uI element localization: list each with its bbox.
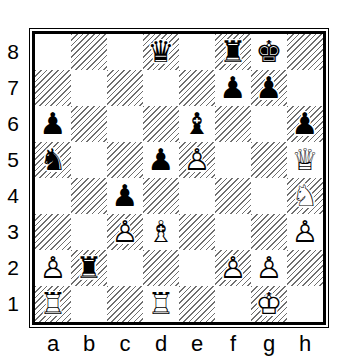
square-a3[interactable]: [35, 214, 71, 250]
piece-white-pawn: ♟♙: [179, 142, 215, 178]
piece-white-pawn: ♟♙: [107, 214, 143, 250]
square-c1[interactable]: [107, 286, 143, 322]
square-b1[interactable]: [71, 286, 107, 322]
square-d5[interactable]: ♟♟: [143, 142, 179, 178]
piece-black-pawn: ♟♟: [143, 142, 179, 178]
file-label-g: g: [251, 331, 287, 357]
piece-glyph: ♛: [148, 37, 175, 67]
rank-label-8: 8: [0, 34, 26, 70]
piece-white-pawn: ♟♙: [215, 250, 251, 286]
piece-glyph: ♙: [292, 217, 319, 247]
square-e8[interactable]: [179, 34, 215, 70]
file-label-f: f: [215, 331, 251, 357]
square-a2[interactable]: ♟♙: [35, 250, 71, 286]
square-g2[interactable]: ♟♙: [251, 250, 287, 286]
square-e3[interactable]: [179, 214, 215, 250]
piece-white-bishop: ♝♗: [143, 214, 179, 250]
square-a1[interactable]: ♜♖: [35, 286, 71, 322]
board-grid: ♛♛♜♜♚♚♟♟♟♟♟♟♝♝♟♟♞♞♟♟♟♙♛♕♟♟♞♘♟♙♝♗♟♙♟♙♜♜♟♙…: [35, 34, 323, 322]
square-h8[interactable]: [287, 34, 323, 70]
piece-white-rook: ♜♖: [143, 286, 179, 322]
piece-black-pawn: ♟♟: [251, 70, 287, 106]
square-g3[interactable]: [251, 214, 287, 250]
square-e7[interactable]: [179, 70, 215, 106]
square-h2[interactable]: [287, 250, 323, 286]
rank-label-7: 7: [0, 70, 26, 106]
piece-glyph: ♞: [40, 145, 67, 175]
square-g7[interactable]: ♟♟: [251, 70, 287, 106]
board-border: ♛♛♜♜♚♚♟♟♟♟♟♟♝♝♟♟♞♞♟♟♟♙♛♕♟♟♞♘♟♙♝♗♟♙♟♙♜♜♟♙…: [32, 31, 326, 325]
square-c8[interactable]: [107, 34, 143, 70]
rank-label-4: 4: [0, 178, 26, 214]
square-a6[interactable]: ♟♟: [35, 106, 71, 142]
piece-glyph: ♟: [40, 109, 67, 139]
square-a8[interactable]: [35, 34, 71, 70]
square-f3[interactable]: [215, 214, 251, 250]
piece-white-pawn: ♟♙: [287, 214, 323, 250]
rank-labels: 8 7 6 5 4 3 2 1: [0, 34, 26, 322]
square-h1[interactable]: [287, 286, 323, 322]
piece-glyph: ♝: [184, 109, 211, 139]
square-g5[interactable]: [251, 142, 287, 178]
piece-white-queen: ♛♕: [287, 142, 323, 178]
square-a5[interactable]: ♞♞: [35, 142, 71, 178]
piece-black-queen: ♛♛: [143, 34, 179, 70]
piece-glyph: ♚: [256, 37, 283, 67]
piece-glyph: ♜: [76, 253, 103, 283]
piece-glyph: ♟: [148, 145, 175, 175]
piece-glyph: ♙: [184, 145, 211, 175]
square-d7[interactable]: [143, 70, 179, 106]
square-a4[interactable]: [35, 178, 71, 214]
square-d2[interactable]: [143, 250, 179, 286]
piece-black-bishop: ♝♝: [179, 106, 215, 142]
piece-black-pawn: ♟♟: [215, 70, 251, 106]
square-h5[interactable]: ♛♕: [287, 142, 323, 178]
piece-glyph: ♜: [220, 37, 247, 67]
square-b2[interactable]: ♜♜: [71, 250, 107, 286]
piece-glyph: ♟: [256, 73, 283, 103]
square-f5[interactable]: [215, 142, 251, 178]
square-b4[interactable]: [71, 178, 107, 214]
piece-glyph: ♕: [292, 145, 319, 175]
rank-label-2: 2: [0, 250, 26, 286]
square-c2[interactable]: [107, 250, 143, 286]
piece-glyph: ♗: [148, 217, 175, 247]
piece-black-knight: ♞♞: [35, 142, 71, 178]
square-a7[interactable]: [35, 70, 71, 106]
square-g8[interactable]: ♚♚: [251, 34, 287, 70]
square-c6[interactable]: [107, 106, 143, 142]
square-b3[interactable]: [71, 214, 107, 250]
square-f2[interactable]: ♟♙: [215, 250, 251, 286]
piece-glyph: ♖: [148, 289, 175, 319]
piece-black-king: ♚♚: [251, 34, 287, 70]
square-h6[interactable]: ♟♟: [287, 106, 323, 142]
square-d1[interactable]: ♜♖: [143, 286, 179, 322]
square-e4[interactable]: [179, 178, 215, 214]
piece-black-rook: ♜♜: [215, 34, 251, 70]
piece-white-knight: ♞♘: [287, 178, 323, 214]
piece-glyph: ♟: [220, 73, 247, 103]
piece-glyph: ♙: [112, 217, 139, 247]
file-label-a: a: [35, 331, 71, 357]
piece-glyph: ♔: [256, 289, 283, 319]
chess-diagram: 8 7 6 5 4 3 2 1 ♛♛♜♜♚♚♟♟♟♟♟♟♝♝♟♟♞♞♟♟♟♙♛♕…: [0, 0, 360, 360]
rank-label-6: 6: [0, 106, 26, 142]
square-f7[interactable]: ♟♟: [215, 70, 251, 106]
file-label-b: b: [71, 331, 107, 357]
piece-black-pawn: ♟♟: [35, 106, 71, 142]
file-label-h: h: [287, 331, 323, 357]
square-e2[interactable]: [179, 250, 215, 286]
square-d4[interactable]: [143, 178, 179, 214]
piece-black-rook: ♜♜: [71, 250, 107, 286]
square-d8[interactable]: ♛♛: [143, 34, 179, 70]
piece-glyph: ♙: [256, 253, 283, 283]
square-f4[interactable]: [215, 178, 251, 214]
square-f6[interactable]: [215, 106, 251, 142]
square-b5[interactable]: [71, 142, 107, 178]
square-c7[interactable]: [107, 70, 143, 106]
piece-glyph: ♙: [40, 253, 67, 283]
piece-glyph: ♘: [292, 181, 319, 211]
square-g1[interactable]: ♚♔: [251, 286, 287, 322]
square-b6[interactable]: [71, 106, 107, 142]
square-h7[interactable]: [287, 70, 323, 106]
board-frame: ♛♛♜♜♚♚♟♟♟♟♟♟♝♝♟♟♞♞♟♟♟♙♛♕♟♟♞♘♟♙♝♗♟♙♟♙♜♜♟♙…: [29, 28, 329, 328]
piece-white-pawn: ♟♙: [35, 250, 71, 286]
square-f1[interactable]: [215, 286, 251, 322]
rank-label-5: 5: [0, 142, 26, 178]
square-b7[interactable]: [71, 70, 107, 106]
square-c5[interactable]: [107, 142, 143, 178]
piece-black-pawn: ♟♟: [287, 106, 323, 142]
piece-glyph: ♖: [40, 289, 67, 319]
square-d6[interactable]: [143, 106, 179, 142]
file-labels: a b c d e f g h: [35, 331, 323, 357]
square-c3[interactable]: ♟♙: [107, 214, 143, 250]
piece-white-pawn: ♟♙: [251, 250, 287, 286]
square-c4[interactable]: ♟♟: [107, 178, 143, 214]
file-label-d: d: [143, 331, 179, 357]
piece-black-pawn: ♟♟: [107, 178, 143, 214]
piece-glyph: ♟: [292, 109, 319, 139]
square-e5[interactable]: ♟♙: [179, 142, 215, 178]
file-label-e: e: [179, 331, 215, 357]
rank-label-1: 1: [0, 286, 26, 322]
square-h4[interactable]: ♞♘: [287, 178, 323, 214]
square-g4[interactable]: [251, 178, 287, 214]
piece-white-rook: ♜♖: [35, 286, 71, 322]
square-f8[interactable]: ♜♜: [215, 34, 251, 70]
square-b8[interactable]: [71, 34, 107, 70]
square-e1[interactable]: [179, 286, 215, 322]
square-g6[interactable]: [251, 106, 287, 142]
square-e6[interactable]: ♝♝: [179, 106, 215, 142]
file-label-c: c: [107, 331, 143, 357]
square-h3[interactable]: ♟♙: [287, 214, 323, 250]
piece-glyph: ♟: [112, 181, 139, 211]
piece-white-king: ♚♔: [251, 286, 287, 322]
piece-glyph: ♙: [220, 253, 247, 283]
square-d3[interactable]: ♝♗: [143, 214, 179, 250]
rank-label-3: 3: [0, 214, 26, 250]
